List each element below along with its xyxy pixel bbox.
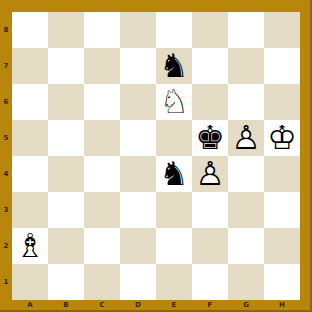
square-c2[interactable]: [84, 228, 120, 264]
square-d3[interactable]: [120, 192, 156, 228]
square-a4[interactable]: [12, 156, 48, 192]
square-d6[interactable]: [120, 84, 156, 120]
square-h3[interactable]: [264, 192, 300, 228]
piece-white-pawn[interactable]: ♙: [192, 156, 228, 192]
square-g8[interactable]: [228, 12, 264, 48]
square-e2[interactable]: [156, 228, 192, 264]
square-a7[interactable]: [12, 48, 48, 84]
square-f2[interactable]: [192, 228, 228, 264]
square-g6[interactable]: [228, 84, 264, 120]
piece-white-bishop[interactable]: ♗: [12, 228, 48, 264]
square-b4[interactable]: [48, 156, 84, 192]
square-b8[interactable]: [48, 12, 84, 48]
piece-white-knight[interactable]: ♘: [156, 84, 192, 120]
rank-label-7: 7: [0, 48, 12, 84]
square-e7[interactable]: ♞: [156, 48, 192, 84]
square-h4[interactable]: [264, 156, 300, 192]
square-h8[interactable]: [264, 12, 300, 48]
square-f7[interactable]: [192, 48, 228, 84]
square-a3[interactable]: [12, 192, 48, 228]
square-c1[interactable]: [84, 264, 120, 300]
piece-black-king[interactable]: ♚: [192, 120, 228, 156]
square-g5[interactable]: ♟♙: [228, 120, 264, 156]
square-d7[interactable]: [120, 48, 156, 84]
file-label-g: G: [228, 300, 264, 310]
square-a5[interactable]: [12, 120, 48, 156]
square-b2[interactable]: [48, 228, 84, 264]
square-g4[interactable]: [228, 156, 264, 192]
square-g7[interactable]: [228, 48, 264, 84]
square-h5[interactable]: ♚♔: [264, 120, 300, 156]
piece-white-king[interactable]: ♔: [264, 120, 300, 156]
square-c6[interactable]: [84, 84, 120, 120]
rank-label-3: 3: [0, 192, 12, 228]
board-frame: 87654321 ABCDEFGH ♞♞♘♚♟♙♚♔♞♟♙♝♗: [0, 0, 312, 312]
square-e8[interactable]: [156, 12, 192, 48]
square-c7[interactable]: [84, 48, 120, 84]
square-d8[interactable]: [120, 12, 156, 48]
square-c4[interactable]: [84, 156, 120, 192]
piece-black-knight[interactable]: ♞: [156, 156, 192, 192]
rank-label-6: 6: [0, 84, 12, 120]
square-e3[interactable]: [156, 192, 192, 228]
square-e4[interactable]: ♞: [156, 156, 192, 192]
square-d4[interactable]: [120, 156, 156, 192]
file-label-a: A: [12, 300, 48, 310]
square-h7[interactable]: [264, 48, 300, 84]
square-f6[interactable]: [192, 84, 228, 120]
square-e1[interactable]: [156, 264, 192, 300]
square-d1[interactable]: [120, 264, 156, 300]
square-b3[interactable]: [48, 192, 84, 228]
rank-label-5: 5: [0, 120, 12, 156]
square-e6[interactable]: ♞♘: [156, 84, 192, 120]
square-b7[interactable]: [48, 48, 84, 84]
square-f3[interactable]: [192, 192, 228, 228]
square-f4[interactable]: ♟♙: [192, 156, 228, 192]
rank-label-2: 2: [0, 228, 12, 264]
square-g3[interactable]: [228, 192, 264, 228]
file-label-e: E: [156, 300, 192, 310]
square-d5[interactable]: [120, 120, 156, 156]
square-d2[interactable]: [120, 228, 156, 264]
square-g1[interactable]: [228, 264, 264, 300]
square-b6[interactable]: [48, 84, 84, 120]
square-f1[interactable]: [192, 264, 228, 300]
file-label-b: B: [48, 300, 84, 310]
rank-label-8: 8: [0, 12, 12, 48]
square-a8[interactable]: [12, 12, 48, 48]
square-g2[interactable]: [228, 228, 264, 264]
square-a2[interactable]: ♝♗: [12, 228, 48, 264]
file-label-h: H: [264, 300, 300, 310]
square-h2[interactable]: [264, 228, 300, 264]
square-a1[interactable]: [12, 264, 48, 300]
file-label-f: F: [192, 300, 228, 310]
square-e5[interactable]: [156, 120, 192, 156]
file-label-d: D: [120, 300, 156, 310]
square-c3[interactable]: [84, 192, 120, 228]
square-f5[interactable]: ♚: [192, 120, 228, 156]
square-c8[interactable]: [84, 12, 120, 48]
square-h6[interactable]: [264, 84, 300, 120]
rank-label-1: 1: [0, 264, 12, 300]
rank-labels: 87654321: [0, 12, 12, 300]
square-a6[interactable]: [12, 84, 48, 120]
file-labels: ABCDEFGH: [12, 300, 300, 310]
square-b5[interactable]: [48, 120, 84, 156]
rank-label-4: 4: [0, 156, 12, 192]
square-b1[interactable]: [48, 264, 84, 300]
piece-white-pawn[interactable]: ♙: [228, 120, 264, 156]
piece-black-knight[interactable]: ♞: [156, 48, 192, 84]
chess-board: ♞♞♘♚♟♙♚♔♞♟♙♝♗: [12, 12, 300, 300]
square-c5[interactable]: [84, 120, 120, 156]
square-f8[interactable]: [192, 12, 228, 48]
file-label-c: C: [84, 300, 120, 310]
square-h1[interactable]: [264, 264, 300, 300]
